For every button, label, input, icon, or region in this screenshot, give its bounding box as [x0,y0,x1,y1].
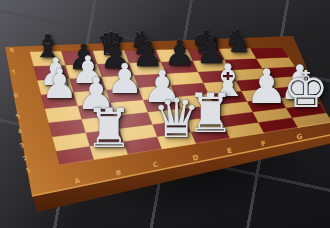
piece-white-king-h2[interactable]: ♚ [283,66,329,117]
piece-black-knight-g8[interactable]: ♞ [223,26,251,58]
piece-white-queen-d1[interactable]: ♛ [152,93,200,147]
piece-white-pawn-a5[interactable]: ♟ [41,64,78,105]
piece-white-rook-b1[interactable]: ♜ [85,103,133,157]
chess-scene: ABCDEFG12345678 ♞♚♞♛♝♟♟♟♟♟♟♟♟♝♟♟♟♟♚♟♜♛♜ [0,0,330,228]
piece-white-pawn-g3[interactable]: ♟ [245,63,288,111]
